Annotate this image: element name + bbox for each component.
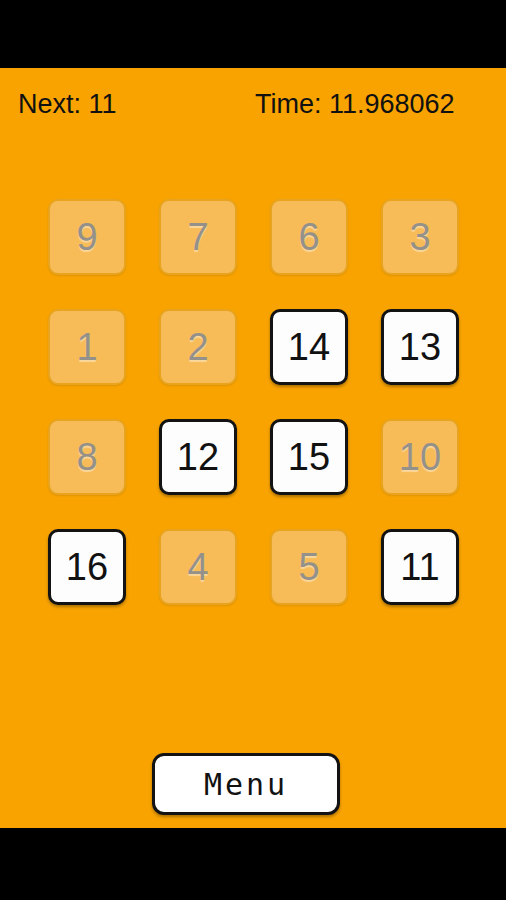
tile-11[interactable]: 11 [381, 529, 459, 605]
phone-screen: Next: 11 Time: 11.968062 976312141381215… [0, 0, 506, 900]
menu-button-label: Menu [204, 767, 288, 802]
number-grid: 97631214138121510164511 [48, 199, 459, 605]
tile-3: 3 [381, 199, 459, 275]
tile-6: 6 [270, 199, 348, 275]
tile-9: 9 [48, 199, 126, 275]
tile-1: 1 [48, 309, 126, 385]
tile-10: 10 [381, 419, 459, 495]
tile-7: 7 [159, 199, 237, 275]
tile-12[interactable]: 12 [159, 419, 237, 495]
game-screen: Next: 11 Time: 11.968062 976312141381215… [0, 68, 506, 828]
tile-13[interactable]: 13 [381, 309, 459, 385]
tile-8: 8 [48, 419, 126, 495]
tile-5: 5 [270, 529, 348, 605]
timer-label: Time: 11.968062 [255, 88, 455, 120]
tile-2: 2 [159, 309, 237, 385]
menu-button[interactable]: Menu [152, 753, 340, 815]
tile-16[interactable]: 16 [48, 529, 126, 605]
tile-14[interactable]: 14 [270, 309, 348, 385]
tile-15[interactable]: 15 [270, 419, 348, 495]
status-bar [0, 0, 506, 68]
navigation-bar [0, 828, 506, 900]
next-number-label: Next: 11 [18, 88, 117, 120]
tile-4: 4 [159, 529, 237, 605]
